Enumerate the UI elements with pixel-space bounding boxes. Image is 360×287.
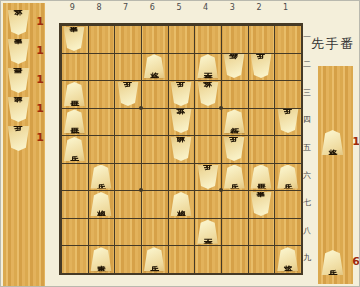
shogi-app-window: 金将1香車1桂馬1銀将1歩兵1 香車金将竜王角行歩兵桂馬歩兵歩兵金将桂馬王将角行… [0,0,360,287]
captured-count: 1 [36,15,44,28]
rank-label: 六 [301,170,313,181]
board-piece-gote[interactable]: 歩兵 [170,82,192,106]
board-piece-sente[interactable]: 竜王 [197,54,219,78]
rank-label: 三 [301,87,313,98]
rank-label: 四 [301,114,313,125]
captured-piece-row: 歩兵1 [3,125,45,153]
captured-count: 1 [36,73,44,86]
board-piece-gote[interactable]: 金将 [197,82,219,106]
rank-label: 五 [301,142,313,153]
hand-piece[interactable]: 金将 [7,10,30,35]
board-piece-sente[interactable]: 歩兵 [277,165,299,189]
board-piece-sente[interactable]: 金将 [143,54,165,78]
board-piece-gote[interactable]: 銀将 [170,137,192,161]
captured-piece-row: 香車1 [3,38,45,66]
captured-count: 1 [36,131,44,144]
hand-piece[interactable]: 銀将 [7,97,30,122]
file-label: 3 [219,3,246,12]
board-piece-gote[interactable]: 歩兵 [223,137,245,161]
board-piece-gote[interactable]: 角行 [223,54,245,78]
file-label: 5 [166,3,193,12]
captured-piece-row: 歩兵6 [318,249,353,277]
captured-count: 1 [36,44,44,57]
star-point [139,106,143,110]
board-piece-gote[interactable]: 香車 [250,192,272,216]
file-label: 8 [86,3,113,12]
captured-count: 6 [352,255,360,268]
board-piece-gote[interactable]: 王将 [170,109,192,133]
board-piece-sente[interactable]: 歩兵 [223,165,245,189]
board-piece-sente[interactable]: 玉将 [277,247,299,271]
hand-piece[interactable]: 歩兵 [7,126,30,151]
captured-piece-row: 金将1 [318,129,353,157]
board-piece-gote[interactable]: 歩兵 [277,109,299,133]
file-label: 1 [272,3,299,12]
rank-label: 九 [301,252,313,263]
file-label: 7 [112,3,139,12]
board-piece-gote[interactable]: 歩兵 [250,54,272,78]
star-point [139,188,143,192]
board-piece-sente[interactable]: 銀将 [170,192,192,216]
board-piece-sente[interactable]: 銀将 [90,192,112,216]
captured-piece-row: 金将1 [3,9,45,37]
board-piece-sente[interactable]: 歩兵 [63,137,85,161]
star-point [219,188,223,192]
captured-piece-row: 桂馬1 [3,67,45,95]
board-piece-sente[interactable]: 歩兵 [143,247,165,271]
star-point [219,106,223,110]
captured-piece-row: 銀将1 [3,96,45,124]
board-piece-sente[interactable]: 角行 [223,109,245,133]
hand-piece[interactable]: 香車 [7,39,30,64]
captured-count: 1 [36,102,44,115]
file-label: 6 [139,3,166,12]
hand-piece[interactable]: 歩兵 [321,250,344,275]
board-piece-sente[interactable]: 桂馬 [63,82,85,106]
gote-captured-stand: 金将1香車1桂馬1銀将1歩兵1 [3,3,45,286]
shogi-board[interactable]: 香車金将竜王角行歩兵桂馬歩兵歩兵金将桂馬王将角行歩兵歩兵銀将歩兵歩兵歩兵歩兵桂馬… [59,23,303,275]
captured-count: 1 [352,135,360,148]
board-piece-sente[interactable]: 桂馬 [250,165,272,189]
board-piece-sente[interactable]: 竜王 [197,220,219,244]
board-piece-gote[interactable]: 香車 [63,27,85,51]
rank-label: 二 [301,59,313,70]
board-piece-gote[interactable]: 歩兵 [197,165,219,189]
file-label: 9 [59,3,86,12]
hand-piece[interactable]: 金将 [321,130,344,155]
board-piece-sente[interactable]: 桂馬 [63,109,85,133]
sente-captured-stand: 金将1歩兵6 [318,66,353,284]
board-piece-gote[interactable]: 歩兵 [117,82,139,106]
board-piece-sente[interactable]: 香車 [90,247,112,271]
hand-piece[interactable]: 桂馬 [7,68,30,93]
turn-indicator: 先手番 [311,35,355,53]
file-label: 2 [246,3,273,12]
board-piece-sente[interactable]: 歩兵 [90,165,112,189]
rank-label: 七 [301,197,313,208]
file-label: 4 [192,3,219,12]
rank-label: 八 [301,225,313,236]
